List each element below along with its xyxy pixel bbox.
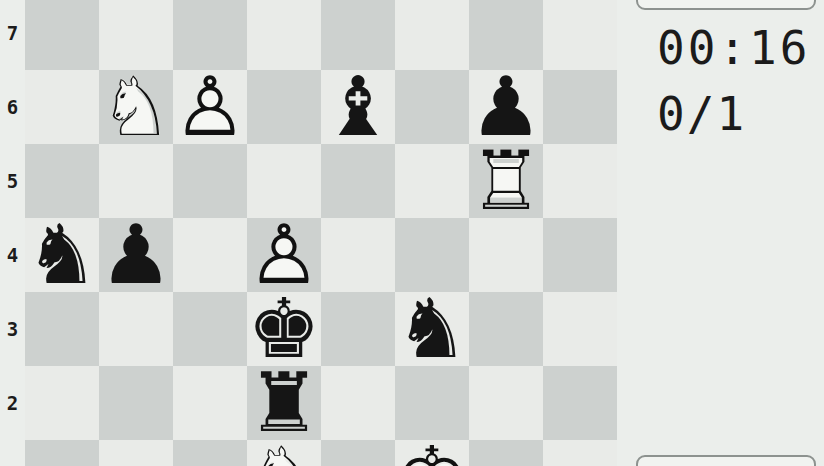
square-f1[interactable]: ♚♔ xyxy=(395,440,469,466)
rank-label-7: 7 xyxy=(0,0,25,70)
piece-glyph-outline: ♙ xyxy=(173,70,247,144)
square-a1[interactable] xyxy=(25,440,99,466)
square-d6[interactable] xyxy=(247,70,321,144)
square-h4[interactable] xyxy=(543,218,617,292)
piece-white-rook-g5[interactable]: ♜♖ xyxy=(469,144,543,218)
square-h7[interactable] xyxy=(543,0,617,70)
square-c4[interactable] xyxy=(173,218,247,292)
square-b3[interactable] xyxy=(99,292,173,366)
square-a3[interactable] xyxy=(25,292,99,366)
softkey-top-button[interactable] xyxy=(636,0,816,10)
square-g1[interactable] xyxy=(469,440,543,466)
square-h3[interactable] xyxy=(543,292,617,366)
piece-glyph-outline: ♘ xyxy=(99,70,173,144)
square-e3[interactable] xyxy=(321,292,395,366)
square-d1[interactable]: ♞♘ xyxy=(247,440,321,466)
square-a2[interactable] xyxy=(25,366,99,440)
square-g3[interactable] xyxy=(469,292,543,366)
square-c2[interactable] xyxy=(173,366,247,440)
square-e1[interactable] xyxy=(321,440,395,466)
square-g4[interactable] xyxy=(469,218,543,292)
chess-board[interactable]: ♞♘♟♙♝♟♜♖♞♟♟♙♚♞♜♞♘♚♔ 765432 xyxy=(0,0,617,466)
square-c5[interactable] xyxy=(173,144,247,218)
rank-label-5: 5 xyxy=(0,144,25,218)
square-b1[interactable] xyxy=(99,440,173,466)
square-h1[interactable] xyxy=(543,440,617,466)
square-g2[interactable] xyxy=(469,366,543,440)
rank-label-3: 3 xyxy=(0,292,25,366)
square-g5[interactable]: ♜♖ xyxy=(469,144,543,218)
piece-white-knight-d1[interactable]: ♞♘ xyxy=(247,440,321,466)
side-panel: 00:16 0/1 xyxy=(617,0,824,466)
square-c1[interactable] xyxy=(173,440,247,466)
clock-display: 00:16 xyxy=(657,25,810,71)
piece-white-king-f1[interactable]: ♚♔ xyxy=(395,440,469,466)
square-e2[interactable] xyxy=(321,366,395,440)
board-grid: ♞♘♟♙♝♟♜♖♞♟♟♙♚♞♜♞♘♚♔ xyxy=(25,0,617,466)
piece-glyph-outline: ♘ xyxy=(247,440,321,466)
square-c6[interactable]: ♟♙ xyxy=(173,70,247,144)
piece-black-pawn-b4[interactable]: ♟ xyxy=(99,218,173,292)
score-display: 0/1 xyxy=(657,91,746,137)
rank-label-2: 2 xyxy=(0,366,25,440)
piece-black-bishop-e6[interactable]: ♝ xyxy=(321,70,395,144)
square-b2[interactable] xyxy=(99,366,173,440)
piece-black-knight-a4[interactable]: ♞ xyxy=(25,218,99,292)
square-h2[interactable] xyxy=(543,366,617,440)
square-e5[interactable] xyxy=(321,144,395,218)
square-b4[interactable]: ♟ xyxy=(99,218,173,292)
square-e6[interactable]: ♝ xyxy=(321,70,395,144)
square-a7[interactable] xyxy=(25,0,99,70)
piece-glyph-outline: ♖ xyxy=(469,144,543,218)
piece-white-knight-b6[interactable]: ♞♘ xyxy=(99,70,173,144)
square-f7[interactable] xyxy=(395,0,469,70)
square-f3[interactable]: ♞ xyxy=(395,292,469,366)
square-f5[interactable] xyxy=(395,144,469,218)
square-b6[interactable]: ♞♘ xyxy=(99,70,173,144)
square-f6[interactable] xyxy=(395,70,469,144)
piece-glyph-outline: ♔ xyxy=(395,440,469,466)
square-c3[interactable] xyxy=(173,292,247,366)
softkey-bottom-button[interactable] xyxy=(636,455,816,466)
square-h5[interactable] xyxy=(543,144,617,218)
square-a4[interactable]: ♞ xyxy=(25,218,99,292)
rank-label-4: 4 xyxy=(0,218,25,292)
piece-black-knight-f3[interactable]: ♞ xyxy=(395,292,469,366)
rank-label-6: 6 xyxy=(0,70,25,144)
chess-app-screen: ♞♘♟♙♝♟♜♖♞♟♟♙♚♞♜♞♘♚♔ 765432 00:16 0/1 xyxy=(0,0,824,466)
square-a6[interactable] xyxy=(25,70,99,144)
square-h6[interactable] xyxy=(543,70,617,144)
square-d7[interactable] xyxy=(247,0,321,70)
square-e4[interactable] xyxy=(321,218,395,292)
piece-white-pawn-c6[interactable]: ♟♙ xyxy=(173,70,247,144)
